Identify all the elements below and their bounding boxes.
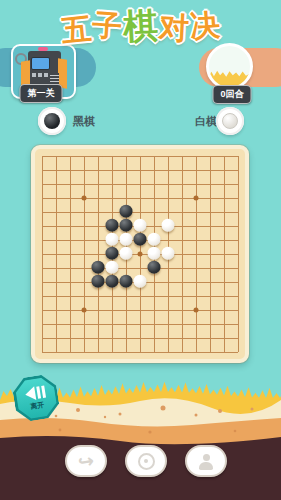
board-cell[interactable] [133, 331, 147, 345]
board-cell[interactable] [49, 275, 63, 289]
board-cell[interactable] [175, 345, 189, 359]
board-cell[interactable] [175, 303, 189, 317]
board-cell[interactable] [189, 261, 203, 275]
white-stone [134, 275, 147, 288]
board-cell[interactable] [49, 177, 63, 191]
board-cell[interactable] [175, 261, 189, 275]
board-cell[interactable] [119, 163, 133, 177]
person-icon [198, 454, 214, 469]
board-cell[interactable] [147, 331, 161, 345]
gomoku-board[interactable] [31, 145, 249, 363]
board-cell[interactable] [49, 247, 63, 261]
board-cell[interactable] [189, 191, 203, 205]
board-cell[interactable] [77, 149, 91, 163]
board-cell[interactable] [217, 149, 231, 163]
board-cell[interactable] [91, 345, 105, 359]
board-cell[interactable] [119, 247, 133, 261]
board-cell[interactable] [105, 275, 119, 289]
board-cell[interactable] [231, 317, 245, 331]
board-cell[interactable] [133, 205, 147, 219]
board-cell[interactable] [175, 331, 189, 345]
board-cell[interactable] [133, 177, 147, 191]
board-cell[interactable] [147, 303, 161, 317]
board-cell[interactable] [91, 303, 105, 317]
board-cell[interactable] [119, 317, 133, 331]
game-screen: 五子棋对决 第一关 0回合 黑棋 白棋 [0, 0, 281, 500]
board-cell[interactable] [189, 149, 203, 163]
round-badge: 0回合 [212, 85, 251, 104]
board-cell[interactable] [189, 233, 203, 247]
board-cell[interactable] [35, 163, 49, 177]
board-cell[interactable] [105, 191, 119, 205]
board-cell[interactable] [119, 205, 133, 219]
star-point [194, 308, 199, 313]
white-stone [106, 233, 119, 246]
level-badge: 第一关 [20, 84, 63, 103]
board-cell[interactable] [147, 205, 161, 219]
board-cell[interactable] [217, 275, 231, 289]
share-button[interactable]: ↪ [65, 445, 107, 477]
board-cell[interactable] [63, 163, 77, 177]
board-cell[interactable] [175, 317, 189, 331]
white-stone [162, 247, 175, 260]
board-cell[interactable] [91, 205, 105, 219]
board-cell[interactable] [175, 275, 189, 289]
board-cell[interactable] [217, 163, 231, 177]
board-cell[interactable] [147, 289, 161, 303]
black-player-label: 黑棋 [73, 114, 95, 129]
board-cell[interactable] [105, 247, 119, 261]
black-player-chip [38, 107, 66, 135]
board-cell[interactable] [35, 149, 49, 163]
board-cell[interactable] [91, 261, 105, 275]
board-cell[interactable] [91, 177, 105, 191]
board-cell[interactable] [231, 205, 245, 219]
board-cell[interactable] [203, 275, 217, 289]
board-cell[interactable] [133, 247, 147, 261]
board-cell[interactable] [119, 331, 133, 345]
board-cell[interactable] [203, 247, 217, 261]
board-cell[interactable] [147, 317, 161, 331]
title-char: 对 [157, 7, 190, 50]
sand-speckle [148, 430, 151, 433]
sand-speckle [195, 414, 198, 417]
board-cell[interactable] [77, 275, 91, 289]
board-cell[interactable] [119, 219, 133, 233]
board-cell[interactable] [35, 261, 49, 275]
board-cell[interactable] [133, 149, 147, 163]
title-char: 决 [188, 5, 222, 48]
hint-button[interactable] [125, 445, 167, 477]
board-cell[interactable] [175, 177, 189, 191]
board-cell[interactable] [189, 331, 203, 345]
board-cell[interactable] [203, 205, 217, 219]
board-cell[interactable] [217, 233, 231, 247]
board-cell[interactable] [203, 233, 217, 247]
board-cell[interactable] [105, 149, 119, 163]
board-cell[interactable] [77, 247, 91, 261]
board-cell[interactable] [175, 149, 189, 163]
black-stone [106, 219, 119, 232]
board-cell[interactable] [203, 289, 217, 303]
white-stone [120, 247, 133, 260]
sand-speckle [218, 409, 222, 413]
board-cell[interactable] [189, 219, 203, 233]
black-stone [92, 261, 105, 274]
board-cell[interactable] [105, 289, 119, 303]
board-cell[interactable] [49, 163, 63, 177]
board-cell[interactable] [217, 191, 231, 205]
board-cell[interactable] [35, 289, 49, 303]
board-cell[interactable] [161, 289, 175, 303]
board-cell[interactable] [35, 247, 49, 261]
board-cell[interactable] [133, 233, 147, 247]
board-cell[interactable] [63, 219, 77, 233]
star-point [82, 196, 87, 201]
board-cell[interactable] [161, 233, 175, 247]
arrow-bar [36, 386, 41, 398]
board-cell[interactable] [133, 219, 147, 233]
board-cell[interactable] [49, 219, 63, 233]
board-cell[interactable] [203, 163, 217, 177]
board-cell[interactable] [217, 219, 231, 233]
board-cell[interactable] [231, 149, 245, 163]
board-cell[interactable] [161, 345, 175, 359]
board-cell[interactable] [189, 345, 203, 359]
board-cell[interactable] [105, 345, 119, 359]
board-cell[interactable] [203, 345, 217, 359]
board-cell[interactable] [105, 303, 119, 317]
board-cell[interactable] [63, 289, 77, 303]
board-cell[interactable] [133, 317, 147, 331]
board-cell[interactable] [147, 345, 161, 359]
board-cell[interactable] [175, 289, 189, 303]
board-cell[interactable] [77, 233, 91, 247]
leave-label: 离开 [29, 399, 44, 411]
sand-speckle [59, 429, 62, 432]
board-cell[interactable] [63, 247, 77, 261]
board-cell[interactable] [91, 317, 105, 331]
board-cell[interactable] [49, 345, 63, 359]
board-cell[interactable] [63, 275, 77, 289]
board-cell[interactable] [133, 191, 147, 205]
white-stone [134, 219, 147, 232]
board-cell[interactable] [203, 261, 217, 275]
board-cell[interactable] [35, 177, 49, 191]
white-stone [106, 261, 119, 274]
board-cell[interactable] [119, 177, 133, 191]
board-cell[interactable] [203, 303, 217, 317]
board-cell[interactable] [77, 261, 91, 275]
board-cell[interactable] [147, 261, 161, 275]
board-cell[interactable] [147, 219, 161, 233]
board-cell[interactable] [231, 345, 245, 359]
board-cell[interactable] [49, 233, 63, 247]
black-stone [120, 275, 133, 288]
sand-speckle [76, 408, 80, 412]
board-cell[interactable] [105, 163, 119, 177]
board-cell[interactable] [175, 205, 189, 219]
board-cell[interactable] [63, 233, 77, 247]
board-cell[interactable] [147, 275, 161, 289]
board-cell[interactable] [91, 149, 105, 163]
star-point [138, 252, 143, 257]
machine-button [44, 73, 48, 77]
board-cell[interactable] [231, 289, 245, 303]
board-cell[interactable] [147, 247, 161, 261]
board-cell[interactable] [231, 331, 245, 345]
board-cell[interactable] [49, 205, 63, 219]
board-cell[interactable] [147, 149, 161, 163]
board-cell[interactable] [231, 275, 245, 289]
arrow-bar [41, 385, 46, 397]
board-cell[interactable] [35, 275, 49, 289]
board-cell[interactable] [119, 275, 133, 289]
title-char: 子 [90, 5, 124, 48]
board-cell[interactable] [161, 191, 175, 205]
board-cell[interactable] [77, 289, 91, 303]
board-cell[interactable] [49, 317, 63, 331]
board-cell[interactable] [231, 233, 245, 247]
board-cell[interactable] [119, 345, 133, 359]
board-cell[interactable] [63, 303, 77, 317]
board-cell[interactable] [105, 177, 119, 191]
white-stone [162, 219, 175, 232]
board-cell[interactable] [161, 205, 175, 219]
board-cell[interactable] [49, 331, 63, 345]
board-cell[interactable] [77, 331, 91, 345]
black-stone [120, 205, 133, 218]
white-stone [148, 233, 161, 246]
board-cell[interactable] [91, 191, 105, 205]
board-cell[interactable] [203, 177, 217, 191]
sand-speckle [251, 408, 254, 411]
board-cell[interactable] [217, 303, 231, 317]
ring-icon [138, 453, 155, 470]
board-cell[interactable] [161, 177, 175, 191]
board-cell[interactable] [189, 303, 203, 317]
board-cell[interactable] [147, 177, 161, 191]
board-cell[interactable] [161, 219, 175, 233]
black-stone [92, 275, 105, 288]
board-cell[interactable] [35, 219, 49, 233]
board-cell[interactable] [119, 233, 133, 247]
board-cell[interactable] [175, 247, 189, 261]
board-cell[interactable] [49, 149, 63, 163]
board-cell[interactable] [147, 191, 161, 205]
board-cell[interactable] [77, 345, 91, 359]
sand-speckle [119, 413, 122, 416]
board-cell[interactable] [189, 163, 203, 177]
board-cell[interactable] [35, 233, 49, 247]
board-cell[interactable] [63, 205, 77, 219]
board-cell[interactable] [217, 345, 231, 359]
black-stone [120, 219, 133, 232]
white-stone [120, 233, 133, 246]
board-cell[interactable] [91, 163, 105, 177]
board-cell[interactable] [217, 205, 231, 219]
round-circle [206, 43, 253, 90]
board-cell[interactable] [161, 261, 175, 275]
sand-speckle [55, 415, 58, 418]
board-cell[interactable] [147, 233, 161, 247]
board-cell[interactable] [161, 149, 175, 163]
board-cell[interactable] [105, 317, 119, 331]
board-cell[interactable] [161, 163, 175, 177]
board-cell[interactable] [231, 247, 245, 261]
board-cell[interactable] [119, 289, 133, 303]
board-cell[interactable] [119, 303, 133, 317]
board-cell[interactable] [105, 219, 119, 233]
machine-button [38, 73, 42, 77]
board-cell[interactable] [105, 205, 119, 219]
board-cell[interactable] [217, 289, 231, 303]
board-cell[interactable] [231, 163, 245, 177]
board-cell[interactable] [49, 289, 63, 303]
board-cell[interactable] [161, 303, 175, 317]
black-stone [106, 275, 119, 288]
board-cell[interactable] [63, 191, 77, 205]
curved-arrow-icon: ↪ [77, 450, 95, 471]
board-cell[interactable] [189, 247, 203, 261]
board-cell[interactable] [189, 275, 203, 289]
board-cell[interactable] [49, 303, 63, 317]
board-cell[interactable] [189, 205, 203, 219]
white-stone-icon [222, 113, 238, 129]
sand-speckle [104, 416, 106, 418]
board-cell[interactable] [175, 191, 189, 205]
board-cell[interactable] [189, 289, 203, 303]
board-cell[interactable] [119, 191, 133, 205]
board-cell[interactable] [77, 303, 91, 317]
board-cell[interactable] [63, 149, 77, 163]
board-cell[interactable] [63, 261, 77, 275]
title-char: 五 [59, 8, 94, 52]
board-cell[interactable] [189, 177, 203, 191]
board-cell[interactable] [133, 345, 147, 359]
board-cell[interactable] [217, 247, 231, 261]
board-cell[interactable] [217, 317, 231, 331]
black-stone-icon [44, 113, 60, 129]
board-cell[interactable] [91, 289, 105, 303]
board-cell[interactable] [63, 177, 77, 191]
board-cell[interactable] [161, 331, 175, 345]
board-cell[interactable] [35, 317, 49, 331]
board-cell[interactable] [63, 331, 77, 345]
board-cell[interactable] [77, 205, 91, 219]
board-cell[interactable] [231, 191, 245, 205]
board-cell[interactable] [231, 177, 245, 191]
board-cell[interactable] [35, 303, 49, 317]
black-stone [106, 247, 119, 260]
board-cell[interactable] [217, 177, 231, 191]
board-cell[interactable] [231, 303, 245, 317]
board-cell[interactable] [217, 331, 231, 345]
board-cell[interactable] [175, 219, 189, 233]
white-player-chip [216, 107, 244, 135]
board-cell[interactable] [203, 317, 217, 331]
board-cell[interactable] [217, 261, 231, 275]
board-cell[interactable] [91, 331, 105, 345]
board-cell[interactable] [119, 149, 133, 163]
black-stone [148, 261, 161, 274]
sand-speckle [234, 430, 237, 433]
board-grid [35, 149, 245, 359]
white-stone [148, 247, 161, 260]
board-cell[interactable] [105, 331, 119, 345]
board-cell[interactable] [203, 191, 217, 205]
board-cell[interactable] [77, 191, 91, 205]
white-player-label: 白棋 [195, 114, 217, 129]
board-cell[interactable] [147, 163, 161, 177]
board-cell[interactable] [231, 219, 245, 233]
arrow-triangle [24, 386, 36, 401]
star-point [194, 196, 199, 201]
board-cell[interactable] [63, 345, 77, 359]
board-cell[interactable] [91, 247, 105, 261]
board-cell[interactable] [119, 261, 133, 275]
star-point [82, 308, 87, 313]
board-cell[interactable] [91, 233, 105, 247]
board-cell[interactable] [35, 331, 49, 345]
board-cell[interactable] [63, 317, 77, 331]
board-cell[interactable] [133, 163, 147, 177]
board-cell[interactable] [175, 163, 189, 177]
board-cell[interactable] [231, 261, 245, 275]
board-cell[interactable] [203, 219, 217, 233]
board-cell[interactable] [161, 275, 175, 289]
board-cell[interactable] [133, 275, 147, 289]
board-cell[interactable] [77, 177, 91, 191]
sand-speckle [161, 406, 166, 411]
board-cell[interactable] [91, 275, 105, 289]
board-cell[interactable] [175, 233, 189, 247]
board-cell[interactable] [161, 247, 175, 261]
machine-screen [31, 57, 50, 70]
profile-button[interactable] [185, 445, 227, 477]
board-cell[interactable] [77, 219, 91, 233]
page-title: 五子棋对决 [0, 2, 281, 49]
board-cell[interactable] [133, 261, 147, 275]
board-cell[interactable] [49, 261, 63, 275]
board-cell[interactable] [105, 261, 119, 275]
board-cell[interactable] [133, 289, 147, 303]
board-cell[interactable] [161, 317, 175, 331]
board-cell[interactable] [77, 317, 91, 331]
board-cell[interactable] [77, 163, 91, 177]
board-cell[interactable] [49, 191, 63, 205]
board-cell[interactable] [189, 317, 203, 331]
board-cell[interactable] [35, 191, 49, 205]
board-cell[interactable] [203, 331, 217, 345]
board-cell[interactable] [91, 219, 105, 233]
board-cell[interactable] [203, 149, 217, 163]
machine-button [32, 73, 36, 77]
black-stone [134, 233, 147, 246]
title-char: 棋 [121, 2, 159, 51]
board-cell[interactable] [35, 205, 49, 219]
board-cell[interactable] [35, 345, 49, 359]
board-cell[interactable] [133, 303, 147, 317]
board-cell[interactable] [105, 233, 119, 247]
